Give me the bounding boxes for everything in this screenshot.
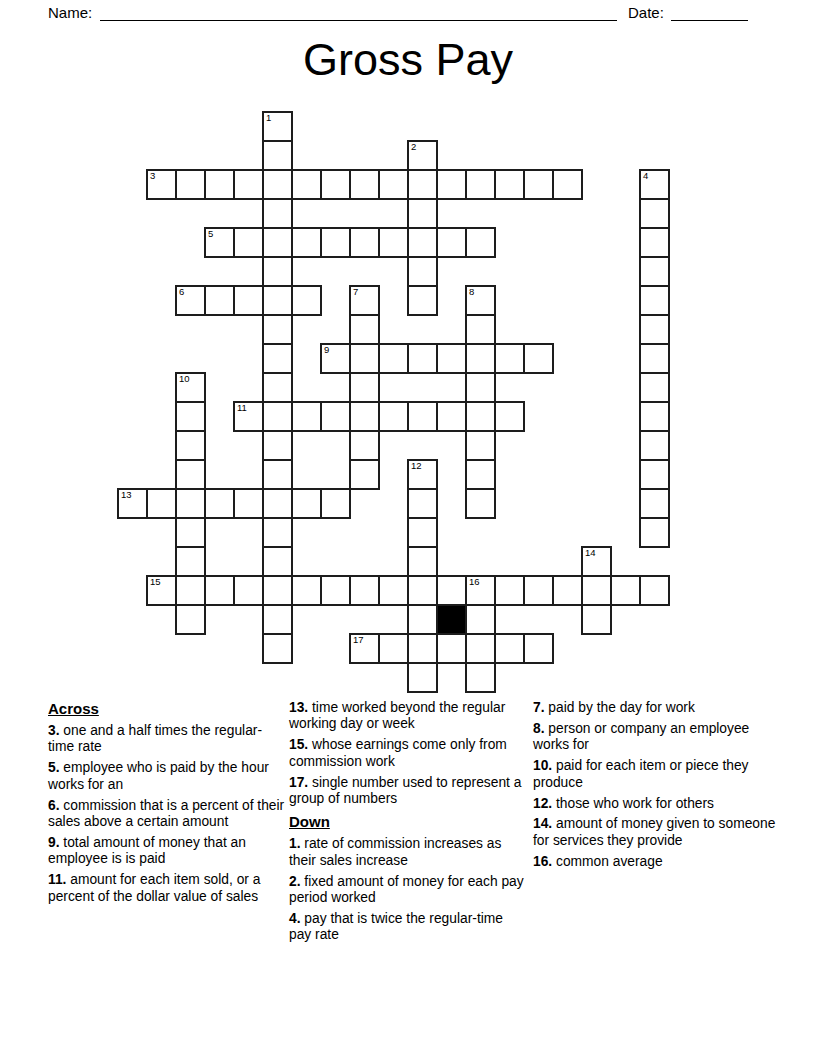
cell-r4c4 — [233, 227, 264, 258]
clue-number: 14. — [533, 816, 552, 831]
page-title: Gross Pay — [0, 34, 816, 86]
cell-r8c12 — [465, 343, 496, 374]
cell-r18c5 — [262, 633, 293, 664]
clue-text: time worked beyond the regular working d… — [289, 700, 505, 731]
cell-r6c10 — [407, 285, 438, 316]
cell-r13c2 — [175, 488, 206, 519]
clue-number: 7. — [533, 700, 545, 715]
cell-r2c7 — [320, 169, 351, 200]
cell-r10c4: 11 — [233, 401, 264, 432]
clue-down-16: 16. common average — [533, 854, 780, 870]
cell-r4c7 — [320, 227, 351, 258]
clue-number: 5. — [48, 760, 60, 775]
cell-number: 1 — [266, 113, 271, 123]
cell-number: 16 — [469, 577, 480, 587]
cell-r16c4 — [233, 575, 264, 606]
cell-r16c6 — [291, 575, 322, 606]
cell-r2c15 — [552, 169, 583, 200]
cell-r8c13 — [494, 343, 525, 374]
cell-r7c12 — [465, 314, 496, 345]
cell-number: 12 — [411, 461, 422, 471]
cell-r19c12 — [465, 662, 496, 693]
cell-r2c14 — [523, 169, 554, 200]
cell-r9c12 — [465, 372, 496, 403]
cell-r17c12 — [465, 604, 496, 635]
clue-down-7: 7. paid by the day for work — [533, 700, 780, 716]
across-clues-part1: 3. one and a half times the regular-time… — [48, 723, 285, 905]
cell-r5c18 — [639, 256, 670, 287]
across-header: Across — [48, 700, 285, 717]
cell-r13c7 — [320, 488, 351, 519]
clue-number: 6. — [48, 798, 60, 813]
cell-r16c14 — [523, 575, 554, 606]
cell-r18c12 — [465, 633, 496, 664]
cell-r4c10 — [407, 227, 438, 258]
cell-r2c6 — [291, 169, 322, 200]
cell-number: 5 — [208, 229, 213, 239]
cell-r8c14 — [523, 343, 554, 374]
cell-r13c12 — [465, 488, 496, 519]
cell-r8c11 — [436, 343, 467, 374]
cell-number: 8 — [469, 287, 474, 297]
cell-r13c5 — [262, 488, 293, 519]
cell-number: 17 — [353, 635, 364, 645]
clue-number: 8. — [533, 721, 545, 736]
down-header: Down — [289, 813, 527, 830]
clue-text: commission that is a percent of their sa… — [48, 798, 284, 829]
cell-r7c8 — [349, 314, 380, 345]
clue-across-11: 11. amount for each item sold, or a perc… — [48, 872, 285, 905]
cell-r0c5: 1 — [262, 111, 293, 142]
clue-across-3: 3. one and a half times the regular-time… — [48, 723, 285, 756]
cell-r8c10 — [407, 343, 438, 374]
cell-number: 4 — [643, 171, 648, 181]
cell-r10c9 — [378, 401, 409, 432]
cell-r10c10 — [407, 401, 438, 432]
cell-r10c12 — [465, 401, 496, 432]
cell-number: 11 — [237, 403, 247, 413]
cell-r15c16: 14 — [581, 546, 612, 577]
cell-r19c10 — [407, 662, 438, 693]
cell-r18c13 — [494, 633, 525, 664]
cell-r14c10 — [407, 517, 438, 548]
cell-r12c5 — [262, 459, 293, 490]
cell-r13c6 — [291, 488, 322, 519]
cell-r10c2 — [175, 401, 206, 432]
cell-r12c2 — [175, 459, 206, 490]
cell-r16c11 — [436, 575, 467, 606]
cell-r2c2 — [175, 169, 206, 200]
clue-down-2: 2. fixed amount of money for each pay pe… — [289, 874, 527, 907]
cell-r12c10: 12 — [407, 459, 438, 490]
clue-number: 4. — [289, 911, 301, 926]
clue-number: 11. — [48, 872, 66, 887]
clue-down-12: 12. those who work for others — [533, 796, 780, 812]
clue-text: fixed amount of money for each pay perio… — [289, 874, 524, 905]
cell-r17c16 — [581, 604, 612, 635]
cell-r4c5 — [262, 227, 293, 258]
cell-r16c7 — [320, 575, 351, 606]
clue-text: employee who is paid by the hour works f… — [48, 760, 269, 791]
clue-text: single number used to represent a group … — [289, 775, 521, 806]
date-label: Date: — [628, 4, 664, 21]
clue-down-1: 1. rate of commission increases as their… — [289, 836, 527, 869]
cell-r2c18: 4 — [639, 169, 670, 200]
cell-r4c9 — [378, 227, 409, 258]
cell-r18c14 — [523, 633, 554, 664]
clue-text: amount of money given to someone for ser… — [533, 816, 775, 847]
cell-number: 2 — [411, 142, 416, 152]
cell-r11c18 — [639, 430, 670, 461]
cell-r4c11 — [436, 227, 467, 258]
cell-r16c3 — [204, 575, 235, 606]
cell-r8c18 — [639, 343, 670, 374]
cell-r13c10 — [407, 488, 438, 519]
cell-r2c1: 3 — [146, 169, 177, 200]
cell-r10c11 — [436, 401, 467, 432]
clue-across-6: 6. commission that is a percent of their… — [48, 798, 285, 831]
cell-r11c8 — [349, 430, 380, 461]
cell-r16c16 — [581, 575, 612, 606]
cell-r13c18 — [639, 488, 670, 519]
cell-r13c1 — [146, 488, 177, 519]
cell-r2c12 — [465, 169, 496, 200]
cell-r9c18 — [639, 372, 670, 403]
cell-number: 15 — [150, 577, 161, 587]
cell-r10c18 — [639, 401, 670, 432]
cell-r12c12 — [465, 459, 496, 490]
cell-number: 6 — [179, 287, 184, 297]
cell-r2c10 — [407, 169, 438, 200]
clue-column-3: 7. paid by the day for work8. person or … — [533, 700, 780, 875]
cell-r2c5 — [262, 169, 293, 200]
cell-r2c13 — [494, 169, 525, 200]
cell-r2c8 — [349, 169, 380, 200]
cell-r11c12 — [465, 430, 496, 461]
cell-r2c9 — [378, 169, 409, 200]
date-line — [671, 3, 748, 21]
clue-number: 12. — [533, 796, 552, 811]
cell-r7c18 — [639, 314, 670, 345]
cell-r18c11 — [436, 633, 467, 664]
cell-r8c8 — [349, 343, 380, 374]
cell-r18c9 — [378, 633, 409, 664]
cell-r16c18 — [639, 575, 670, 606]
clue-down-8: 8. person or company an employee works f… — [533, 721, 780, 754]
cell-r16c9 — [378, 575, 409, 606]
cell-r9c2: 10 — [175, 372, 206, 403]
cell-number: 14 — [585, 548, 596, 558]
clue-text: whose earnings come only from commission… — [289, 737, 507, 768]
worksheet-page: Name: Date: Gross Pay 123456789101112131… — [0, 0, 816, 1056]
cell-r3c18 — [639, 198, 670, 229]
cell-r5c10 — [407, 256, 438, 287]
cell-number: 10 — [179, 374, 190, 384]
cell-r1c10: 2 — [407, 140, 438, 171]
cell-r18c10 — [407, 633, 438, 664]
cell-r15c10 — [407, 546, 438, 577]
cell-r6c12: 8 — [465, 285, 496, 316]
clue-text: common average — [552, 854, 662, 869]
clue-down-14: 14. amount of money given to someone for… — [533, 816, 780, 849]
cell-r6c2: 6 — [175, 285, 206, 316]
clue-number: 9. — [48, 835, 60, 850]
clue-number: 13. — [289, 700, 308, 715]
cell-r14c2 — [175, 517, 206, 548]
cell-r9c5 — [262, 372, 293, 403]
cell-number: 3 — [150, 171, 155, 181]
cell-r7c5 — [262, 314, 293, 345]
cell-r15c5 — [262, 546, 293, 577]
clue-text: paid by the day for work — [545, 700, 695, 715]
cell-r2c4 — [233, 169, 264, 200]
cell-r3c5 — [262, 198, 293, 229]
cell-r16c5 — [262, 575, 293, 606]
cell-r16c12: 16 — [465, 575, 496, 606]
cell-r14c5 — [262, 517, 293, 548]
cell-r4c8 — [349, 227, 380, 258]
cell-r6c8: 7 — [349, 285, 380, 316]
cell-r6c5 — [262, 285, 293, 316]
cell-number: 7 — [353, 287, 358, 297]
cell-r16c17 — [610, 575, 641, 606]
black-cell — [436, 604, 467, 635]
clue-number: 10. — [533, 758, 552, 773]
cell-r4c6 — [291, 227, 322, 258]
clue-text: one and a half times the regular-time ra… — [48, 723, 262, 754]
clue-text: rate of commission increases as their sa… — [289, 836, 501, 867]
cell-r10c8 — [349, 401, 380, 432]
clue-number: 1. — [289, 836, 301, 851]
cell-number: 9 — [324, 345, 329, 355]
clue-text: amount for each item sold, or a percent … — [48, 872, 260, 903]
clue-column-1: Across 3. one and a half times the regul… — [48, 700, 285, 910]
cell-r2c3 — [204, 169, 235, 200]
cell-r8c9 — [378, 343, 409, 374]
clue-column-2: 13. time worked beyond the regular worki… — [289, 700, 527, 948]
cell-r6c3 — [204, 285, 235, 316]
cell-r12c18 — [639, 459, 670, 490]
cell-r18c8: 17 — [349, 633, 380, 664]
down-clues-part2: 7. paid by the day for work8. person or … — [533, 700, 780, 870]
cell-r16c15 — [552, 575, 583, 606]
cell-r15c2 — [175, 546, 206, 577]
cell-r13c3 — [204, 488, 235, 519]
clue-text: pay that is twice the regular-time pay r… — [289, 911, 503, 942]
cell-r6c4 — [233, 285, 264, 316]
cell-r16c1: 15 — [146, 575, 177, 606]
clue-number: 16. — [533, 854, 552, 869]
cell-r16c8 — [349, 575, 380, 606]
clue-across-5: 5. employee who is paid by the hour work… — [48, 760, 285, 793]
cell-r2c11 — [436, 169, 467, 200]
name-label: Name: — [48, 4, 92, 21]
cell-r10c7 — [320, 401, 351, 432]
cell-r16c13 — [494, 575, 525, 606]
clue-number: 2. — [289, 874, 301, 889]
cell-r16c2 — [175, 575, 206, 606]
cell-r17c2 — [175, 604, 206, 635]
cell-r1c5 — [262, 140, 293, 171]
clue-text: those who work for others — [552, 796, 714, 811]
cell-r4c18 — [639, 227, 670, 258]
name-line — [100, 3, 617, 21]
cell-r10c6 — [291, 401, 322, 432]
clue-across-17: 17. single number used to represent a gr… — [289, 775, 527, 808]
clue-text: total amount of money that an employee i… — [48, 835, 246, 866]
cell-r4c3: 5 — [204, 227, 235, 258]
cell-r3c10 — [407, 198, 438, 229]
cell-r17c5 — [262, 604, 293, 635]
cell-r10c5 — [262, 401, 293, 432]
cell-r17c10 — [407, 604, 438, 635]
cell-r6c6 — [291, 285, 322, 316]
cell-r13c0: 13 — [117, 488, 148, 519]
clue-across-15: 15. whose earnings come only from commis… — [289, 737, 527, 770]
clue-down-10: 10. paid for each item or piece they pro… — [533, 758, 780, 791]
clue-down-4: 4. pay that is twice the regular-time pa… — [289, 911, 527, 944]
clue-number: 3. — [48, 723, 60, 738]
crossword-grid: 1234567891011121314151617 — [117, 111, 670, 693]
cell-r5c5 — [262, 256, 293, 287]
clue-across-13: 13. time worked beyond the regular worki… — [289, 700, 527, 733]
across-clues-part2: 13. time worked beyond the regular worki… — [289, 700, 527, 807]
cell-r13c4 — [233, 488, 264, 519]
clue-text: paid for each item or piece they produce — [533, 758, 749, 789]
cell-r11c2 — [175, 430, 206, 461]
clue-number: 15. — [289, 737, 308, 752]
cell-r9c8 — [349, 372, 380, 403]
cell-r12c8 — [349, 459, 380, 490]
cell-r11c5 — [262, 430, 293, 461]
cell-r4c12 — [465, 227, 496, 258]
cell-number: 13 — [121, 490, 132, 500]
cell-r8c7: 9 — [320, 343, 351, 374]
cell-r16c10 — [407, 575, 438, 606]
clue-across-9: 9. total amount of money that an employe… — [48, 835, 285, 868]
cell-r14c18 — [639, 517, 670, 548]
cell-r8c5 — [262, 343, 293, 374]
clue-number: 17. — [289, 775, 308, 790]
cell-r10c13 — [494, 401, 525, 432]
clue-text: person or company an employee works for — [533, 721, 749, 752]
cell-r6c18 — [639, 285, 670, 316]
down-clues-part1: 1. rate of commission increases as their… — [289, 836, 527, 943]
